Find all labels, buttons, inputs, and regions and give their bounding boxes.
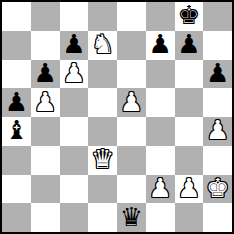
square-h6[interactable]: ♟ — [203, 60, 232, 89]
square-b1[interactable] — [31, 203, 60, 232]
piece-black-pawn: ♟ — [148, 31, 171, 57]
square-g7[interactable]: ♟ — [175, 31, 204, 60]
square-a3[interactable] — [2, 146, 31, 175]
piece-white-pawn: ♟ — [177, 175, 200, 201]
piece-white-pawn: ♟ — [148, 175, 171, 201]
square-d1[interactable] — [88, 203, 117, 232]
square-h4[interactable]: ♟ — [203, 117, 232, 146]
piece-white-pawn: ♟ — [120, 89, 143, 115]
square-c1[interactable] — [60, 203, 89, 232]
square-f6[interactable] — [146, 60, 175, 89]
square-b2[interactable] — [31, 175, 60, 204]
square-h1[interactable] — [203, 203, 232, 232]
piece-white-knight: ♞ — [91, 31, 114, 57]
square-g1[interactable] — [175, 203, 204, 232]
square-g3[interactable] — [175, 146, 204, 175]
piece-black-pawn: ♟ — [5, 89, 28, 115]
square-e6[interactable] — [117, 60, 146, 89]
square-h3[interactable] — [203, 146, 232, 175]
square-h7[interactable] — [203, 31, 232, 60]
square-a6[interactable] — [2, 60, 31, 89]
square-d2[interactable] — [88, 175, 117, 204]
square-h5[interactable] — [203, 88, 232, 117]
piece-black-queen: ♛ — [120, 204, 143, 230]
square-c2[interactable] — [60, 175, 89, 204]
square-h8[interactable] — [203, 2, 232, 31]
square-c6[interactable]: ♟ — [60, 60, 89, 89]
square-g4[interactable] — [175, 117, 204, 146]
piece-black-pawn: ♟ — [177, 31, 200, 57]
square-e3[interactable] — [117, 146, 146, 175]
piece-black-pawn: ♟ — [33, 60, 56, 86]
square-c3[interactable] — [60, 146, 89, 175]
square-a2[interactable] — [2, 175, 31, 204]
square-a8[interactable] — [2, 2, 31, 31]
piece-black-pawn: ♟ — [62, 31, 85, 57]
square-d6[interactable] — [88, 60, 117, 89]
square-b5[interactable]: ♟ — [31, 88, 60, 117]
piece-white-queen: ♛ — [91, 146, 114, 172]
square-h2[interactable]: ♚ — [203, 175, 232, 204]
piece-white-pawn: ♟ — [33, 89, 56, 115]
square-e7[interactable] — [117, 31, 146, 60]
square-d3[interactable]: ♛ — [88, 146, 117, 175]
square-c7[interactable]: ♟ — [60, 31, 89, 60]
square-b6[interactable]: ♟ — [31, 60, 60, 89]
square-f7[interactable]: ♟ — [146, 31, 175, 60]
square-f2[interactable]: ♟ — [146, 175, 175, 204]
piece-white-pawn: ♟ — [206, 117, 229, 143]
square-g6[interactable] — [175, 60, 204, 89]
square-a5[interactable]: ♟ — [2, 88, 31, 117]
square-b7[interactable] — [31, 31, 60, 60]
square-b8[interactable] — [31, 2, 60, 31]
piece-white-king: ♚ — [206, 175, 229, 201]
square-c5[interactable] — [60, 88, 89, 117]
square-e8[interactable] — [117, 2, 146, 31]
square-f8[interactable] — [146, 2, 175, 31]
square-f1[interactable] — [146, 203, 175, 232]
chess-board-frame: ♚♟♞♟♟♟♟♟♟♟♟♝♟♛♟♟♚♛ — [0, 0, 234, 234]
square-d8[interactable] — [88, 2, 117, 31]
square-g5[interactable] — [175, 88, 204, 117]
square-c8[interactable] — [60, 2, 89, 31]
square-a4[interactable]: ♝ — [2, 117, 31, 146]
square-e5[interactable]: ♟ — [117, 88, 146, 117]
piece-black-king: ♚ — [177, 2, 200, 28]
square-g2[interactable]: ♟ — [175, 175, 204, 204]
piece-black-bishop: ♝ — [5, 117, 28, 143]
piece-black-pawn: ♟ — [206, 60, 229, 86]
square-e2[interactable] — [117, 175, 146, 204]
square-e4[interactable] — [117, 117, 146, 146]
square-f3[interactable] — [146, 146, 175, 175]
square-a7[interactable] — [2, 31, 31, 60]
square-c4[interactable] — [60, 117, 89, 146]
square-f4[interactable] — [146, 117, 175, 146]
square-d5[interactable] — [88, 88, 117, 117]
chess-board: ♚♟♞♟♟♟♟♟♟♟♟♝♟♛♟♟♚♛ — [2, 2, 232, 232]
square-b4[interactable] — [31, 117, 60, 146]
square-f5[interactable] — [146, 88, 175, 117]
square-d7[interactable]: ♞ — [88, 31, 117, 60]
square-a1[interactable] — [2, 203, 31, 232]
square-b3[interactable] — [31, 146, 60, 175]
square-e1[interactable]: ♛ — [117, 203, 146, 232]
square-g8[interactable]: ♚ — [175, 2, 204, 31]
square-d4[interactable] — [88, 117, 117, 146]
piece-white-pawn: ♟ — [62, 60, 85, 86]
